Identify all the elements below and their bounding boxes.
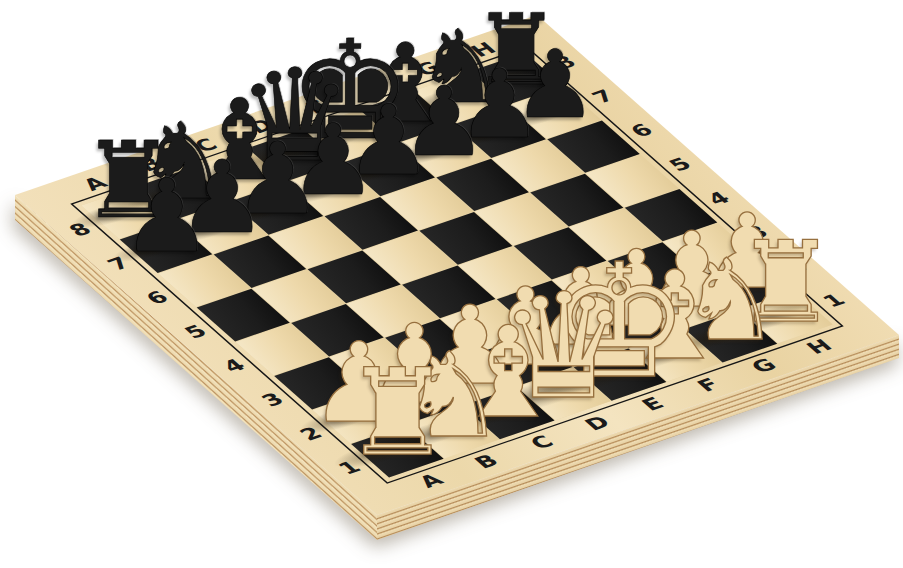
rank-label-right-4: 4 (703, 189, 734, 208)
file-label-top-h: H (466, 40, 500, 60)
file-label-bottom-c: C (526, 433, 557, 452)
rank-label-right-6: 6 (626, 121, 657, 140)
rank-label-left-1: 1 (334, 458, 365, 477)
file-label-bottom-f: F (693, 375, 723, 394)
chess-set-photo: AA88BB77CC66DD55EE44FF33GG22HH11 ♜♞♟♝♟♚♟… (0, 0, 903, 568)
file-label-top-c: C (190, 136, 221, 155)
rank-label-right-2: 2 (780, 257, 811, 276)
rank-label-left-6: 6 (142, 288, 173, 307)
file-label-top-b: B (134, 155, 166, 174)
file-label-bottom-a: A (415, 471, 447, 490)
rank-label-right-3: 3 (742, 223, 773, 242)
file-label-top-a: A (79, 174, 111, 193)
rank-label-left-8: 8 (65, 220, 96, 239)
rank-label-left-4: 4 (219, 356, 250, 375)
file-label-bottom-g: G (747, 356, 780, 376)
rank-label-right-1: 1 (819, 291, 850, 310)
file-label-top-g: G (411, 59, 444, 79)
rank-label-left-3: 3 (257, 390, 288, 409)
file-label-top-e: E (302, 98, 332, 117)
file-label-bottom-e: E (638, 395, 668, 414)
rank-label-left-7: 7 (103, 254, 134, 273)
rank-label-right-5: 5 (665, 155, 696, 174)
file-label-bottom-h: H (802, 337, 836, 357)
file-label-top-f: F (357, 78, 387, 97)
file-label-bottom-d: D (580, 413, 614, 433)
rank-label-left-5: 5 (180, 322, 211, 341)
file-label-bottom-b: B (470, 452, 502, 471)
rank-label-right-7: 7 (588, 87, 619, 106)
rank-label-right-8: 8 (549, 53, 580, 72)
rank-label-left-2: 2 (296, 424, 327, 443)
file-label-top-d: D (244, 116, 278, 136)
